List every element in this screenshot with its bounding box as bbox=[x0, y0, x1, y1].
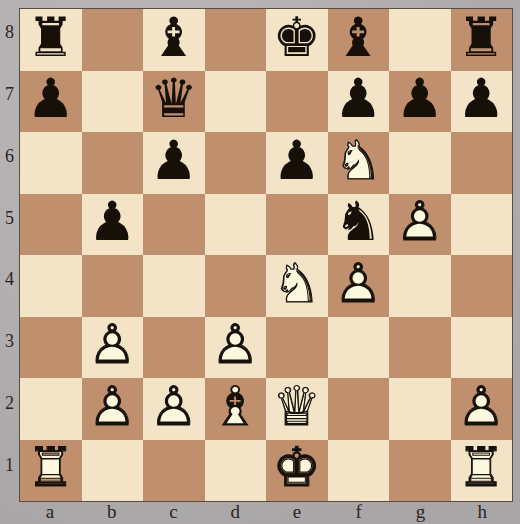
square-b5[interactable]: ♟ bbox=[82, 194, 144, 256]
white-knight-icon: ♞ bbox=[266, 257, 328, 311]
white-knight-outline-icon: ♘ bbox=[328, 134, 390, 188]
rank-labels: 87654321 bbox=[0, 8, 19, 502]
file-label-b: b bbox=[81, 500, 143, 524]
piece-white-pawn[interactable]: ♟♙ bbox=[389, 194, 451, 256]
square-a1[interactable]: ♜♖ bbox=[20, 440, 82, 502]
rank-label-8: 8 bbox=[0, 2, 19, 64]
piece-black-knight[interactable]: ♞ bbox=[328, 194, 390, 256]
black-bishop-icon: ♝ bbox=[328, 11, 390, 65]
file-label-c: c bbox=[143, 500, 205, 524]
square-f4[interactable]: ♟♙ bbox=[328, 255, 390, 317]
piece-black-pawn[interactable]: ♟ bbox=[328, 71, 390, 133]
square-d2[interactable]: ♝♗ bbox=[205, 378, 267, 440]
square-d7[interactable] bbox=[205, 71, 267, 133]
square-f8[interactable]: ♝ bbox=[328, 9, 390, 71]
square-h1[interactable]: ♜♖ bbox=[451, 440, 513, 502]
square-a5[interactable] bbox=[20, 194, 82, 256]
white-knight-icon: ♞ bbox=[328, 134, 390, 188]
black-knight-icon: ♞ bbox=[328, 195, 390, 249]
white-pawn-outline-icon: ♙ bbox=[328, 257, 390, 311]
white-pawn-outline-icon: ♙ bbox=[205, 318, 267, 372]
piece-white-pawn[interactable]: ♟♙ bbox=[328, 255, 390, 317]
black-pawn-icon: ♟ bbox=[451, 72, 513, 126]
square-f6[interactable]: ♞♘ bbox=[328, 132, 390, 194]
piece-white-queen[interactable]: ♛♕ bbox=[266, 378, 328, 440]
piece-black-pawn[interactable]: ♟ bbox=[266, 132, 328, 194]
square-c3[interactable] bbox=[143, 317, 205, 379]
rank-label-2: 2 bbox=[0, 373, 19, 435]
piece-black-king[interactable]: ♚ bbox=[266, 9, 328, 71]
square-e5[interactable] bbox=[266, 194, 328, 256]
square-f5[interactable]: ♞ bbox=[328, 194, 390, 256]
file-label-h: h bbox=[451, 500, 513, 524]
white-rook-outline-icon: ♖ bbox=[20, 441, 82, 495]
board-frame: 87654321 ♜♝♚♝♜♟♛♟♟♟♟♟♞♘♟♞♟♙♞♘♟♙♟♙♟♙♟♙♟♙♝… bbox=[0, 0, 520, 524]
piece-black-bishop[interactable]: ♝ bbox=[328, 9, 390, 71]
piece-black-pawn[interactable]: ♟ bbox=[143, 132, 205, 194]
white-pawn-outline-icon: ♙ bbox=[82, 318, 144, 372]
piece-white-knight[interactable]: ♞♘ bbox=[328, 132, 390, 194]
square-b3[interactable]: ♟♙ bbox=[82, 317, 144, 379]
white-rook-icon: ♜ bbox=[451, 441, 513, 495]
square-e6[interactable]: ♟ bbox=[266, 132, 328, 194]
square-d4[interactable] bbox=[205, 255, 267, 317]
square-c4[interactable] bbox=[143, 255, 205, 317]
piece-white-king[interactable]: ♚♔ bbox=[266, 440, 328, 502]
square-f3[interactable] bbox=[328, 317, 390, 379]
square-h3[interactable] bbox=[451, 317, 513, 379]
square-b6[interactable] bbox=[82, 132, 144, 194]
file-labels: abcdefgh bbox=[19, 500, 513, 524]
square-c7[interactable]: ♛ bbox=[143, 71, 205, 133]
white-pawn-outline-icon: ♙ bbox=[451, 380, 513, 434]
black-pawn-icon: ♟ bbox=[389, 72, 451, 126]
square-a3[interactable] bbox=[20, 317, 82, 379]
square-a8[interactable]: ♜ bbox=[20, 9, 82, 71]
file-label-e: e bbox=[266, 500, 328, 524]
square-e7[interactable] bbox=[266, 71, 328, 133]
square-h7[interactable]: ♟ bbox=[451, 71, 513, 133]
rank-label-7: 7 bbox=[0, 64, 19, 126]
square-d1[interactable] bbox=[205, 440, 267, 502]
piece-black-rook[interactable]: ♜ bbox=[451, 9, 513, 71]
square-c5[interactable] bbox=[143, 194, 205, 256]
white-pawn-outline-icon: ♙ bbox=[143, 380, 205, 434]
square-f7[interactable]: ♟ bbox=[328, 71, 390, 133]
square-f1[interactable] bbox=[328, 440, 390, 502]
piece-white-pawn[interactable]: ♟♙ bbox=[451, 378, 513, 440]
white-rook-outline-icon: ♖ bbox=[451, 441, 513, 495]
black-rook-icon: ♜ bbox=[451, 11, 513, 65]
piece-black-bishop[interactable]: ♝ bbox=[143, 9, 205, 71]
file-label-d: d bbox=[204, 500, 266, 524]
black-bishop-icon: ♝ bbox=[143, 11, 205, 65]
square-f2[interactable] bbox=[328, 378, 390, 440]
rank-label-6: 6 bbox=[0, 126, 19, 188]
square-g5[interactable]: ♟♙ bbox=[389, 194, 451, 256]
piece-white-pawn[interactable]: ♟♙ bbox=[143, 378, 205, 440]
rank-label-4: 4 bbox=[0, 249, 19, 311]
piece-black-pawn[interactable]: ♟ bbox=[82, 194, 144, 256]
piece-black-pawn[interactable]: ♟ bbox=[389, 71, 451, 133]
rank-label-1: 1 bbox=[0, 434, 19, 496]
square-c1[interactable] bbox=[143, 440, 205, 502]
piece-white-bishop[interactable]: ♝♗ bbox=[205, 378, 267, 440]
square-c6[interactable]: ♟ bbox=[143, 132, 205, 194]
square-c2[interactable]: ♟♙ bbox=[143, 378, 205, 440]
black-pawn-icon: ♟ bbox=[328, 72, 390, 126]
square-e4[interactable]: ♞♘ bbox=[266, 255, 328, 317]
square-d8[interactable] bbox=[205, 9, 267, 71]
square-g4[interactable] bbox=[389, 255, 451, 317]
square-e2[interactable]: ♛♕ bbox=[266, 378, 328, 440]
black-pawn-icon: ♟ bbox=[143, 134, 205, 188]
file-label-a: a bbox=[19, 500, 81, 524]
white-knight-outline-icon: ♘ bbox=[266, 257, 328, 311]
white-king-icon: ♚ bbox=[266, 441, 328, 495]
white-pawn-icon: ♟ bbox=[389, 195, 451, 249]
black-pawn-icon: ♟ bbox=[82, 195, 144, 249]
square-b8[interactable] bbox=[82, 9, 144, 71]
file-label-g: g bbox=[390, 500, 452, 524]
square-g1[interactable] bbox=[389, 440, 451, 502]
rank-label-5: 5 bbox=[0, 187, 19, 249]
white-queen-icon: ♛ bbox=[266, 380, 328, 434]
square-d3[interactable]: ♟♙ bbox=[205, 317, 267, 379]
white-queen-outline-icon: ♕ bbox=[266, 380, 328, 434]
piece-white-pawn[interactable]: ♟♙ bbox=[82, 317, 144, 379]
square-h6[interactable] bbox=[451, 132, 513, 194]
square-a6[interactable] bbox=[20, 132, 82, 194]
square-g6[interactable] bbox=[389, 132, 451, 194]
square-b4[interactable] bbox=[82, 255, 144, 317]
square-a2[interactable] bbox=[20, 378, 82, 440]
square-g8[interactable] bbox=[389, 9, 451, 71]
square-b7[interactable] bbox=[82, 71, 144, 133]
file-label-f: f bbox=[328, 500, 390, 524]
square-g2[interactable] bbox=[389, 378, 451, 440]
square-h2[interactable]: ♟♙ bbox=[451, 378, 513, 440]
piece-black-pawn[interactable]: ♟ bbox=[451, 71, 513, 133]
white-king-outline-icon: ♔ bbox=[266, 441, 328, 495]
white-bishop-outline-icon: ♗ bbox=[205, 380, 267, 434]
chess-board[interactable]: ♜♝♚♝♜♟♛♟♟♟♟♟♞♘♟♞♟♙♞♘♟♙♟♙♟♙♟♙♟♙♝♗♛♕♟♙♜♖♚♔… bbox=[19, 8, 513, 502]
piece-white-rook[interactable]: ♜♖ bbox=[451, 440, 513, 502]
white-rook-icon: ♜ bbox=[20, 441, 82, 495]
square-a7[interactable]: ♟ bbox=[20, 71, 82, 133]
square-g3[interactable] bbox=[389, 317, 451, 379]
piece-white-pawn[interactable]: ♟♙ bbox=[82, 378, 144, 440]
white-pawn-outline-icon: ♙ bbox=[389, 195, 451, 249]
white-pawn-icon: ♟ bbox=[328, 257, 390, 311]
black-king-icon: ♚ bbox=[266, 11, 328, 65]
white-pawn-icon: ♟ bbox=[205, 318, 267, 372]
piece-black-queen[interactable]: ♛ bbox=[143, 71, 205, 133]
square-g7[interactable]: ♟ bbox=[389, 71, 451, 133]
square-b1[interactable] bbox=[82, 440, 144, 502]
square-e1[interactable]: ♚♔ bbox=[266, 440, 328, 502]
white-pawn-icon: ♟ bbox=[143, 380, 205, 434]
piece-white-pawn[interactable]: ♟♙ bbox=[205, 317, 267, 379]
square-a4[interactable] bbox=[20, 255, 82, 317]
white-pawn-icon: ♟ bbox=[451, 380, 513, 434]
piece-black-pawn[interactable]: ♟ bbox=[20, 71, 82, 133]
square-d6[interactable] bbox=[205, 132, 267, 194]
square-d5[interactable] bbox=[205, 194, 267, 256]
black-queen-icon: ♛ bbox=[143, 72, 205, 126]
black-pawn-icon: ♟ bbox=[266, 134, 328, 188]
square-h5[interactable] bbox=[451, 194, 513, 256]
piece-white-knight[interactable]: ♞♘ bbox=[266, 255, 328, 317]
square-e3[interactable] bbox=[266, 317, 328, 379]
square-e8[interactable]: ♚ bbox=[266, 9, 328, 71]
rank-label-3: 3 bbox=[0, 311, 19, 373]
square-h4[interactable] bbox=[451, 255, 513, 317]
square-h8[interactable]: ♜ bbox=[451, 9, 513, 71]
piece-white-rook[interactable]: ♜♖ bbox=[20, 440, 82, 502]
white-bishop-icon: ♝ bbox=[205, 380, 267, 434]
white-pawn-icon: ♟ bbox=[82, 380, 144, 434]
square-c8[interactable]: ♝ bbox=[143, 9, 205, 71]
white-pawn-outline-icon: ♙ bbox=[82, 380, 144, 434]
piece-black-rook[interactable]: ♜ bbox=[20, 9, 82, 71]
white-pawn-icon: ♟ bbox=[82, 318, 144, 372]
black-rook-icon: ♜ bbox=[20, 11, 82, 65]
square-b2[interactable]: ♟♙ bbox=[82, 378, 144, 440]
black-pawn-icon: ♟ bbox=[20, 72, 82, 126]
